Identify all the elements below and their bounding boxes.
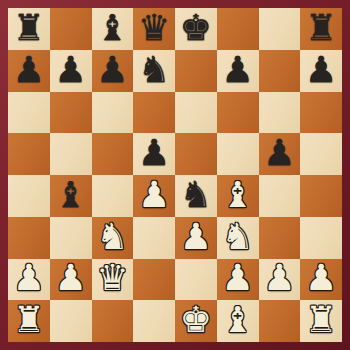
piece-white-bishop-f1: ♝ bbox=[221, 302, 253, 338]
square-g1[interactable] bbox=[259, 300, 301, 342]
square-f3[interactable]: ♞ bbox=[217, 217, 259, 259]
piece-white-bishop-f4: ♝ bbox=[221, 177, 253, 213]
square-g6[interactable] bbox=[259, 92, 301, 134]
square-e7[interactable] bbox=[175, 50, 217, 92]
square-h6[interactable] bbox=[300, 92, 342, 134]
piece-white-pawn-b2: ♟ bbox=[54, 260, 86, 296]
square-h4[interactable] bbox=[300, 175, 342, 217]
square-c4[interactable] bbox=[92, 175, 134, 217]
square-g5[interactable]: ♟ bbox=[259, 133, 301, 175]
square-b2[interactable]: ♟ bbox=[50, 259, 92, 301]
piece-white-pawn-e3: ♟ bbox=[180, 219, 212, 255]
square-e4[interactable]: ♞ bbox=[175, 175, 217, 217]
square-e2[interactable] bbox=[175, 259, 217, 301]
piece-black-bishop-b4: ♝ bbox=[54, 177, 86, 213]
square-e5[interactable] bbox=[175, 133, 217, 175]
square-f6[interactable] bbox=[217, 92, 259, 134]
piece-black-pawn-b7: ♟ bbox=[54, 52, 86, 88]
square-c7[interactable]: ♟ bbox=[92, 50, 134, 92]
square-f8[interactable] bbox=[217, 8, 259, 50]
square-a4[interactable] bbox=[8, 175, 50, 217]
piece-white-pawn-f2: ♟ bbox=[221, 260, 253, 296]
piece-black-bishop-c8: ♝ bbox=[96, 10, 128, 46]
piece-white-pawn-h2: ♟ bbox=[305, 260, 337, 296]
square-b1[interactable] bbox=[50, 300, 92, 342]
piece-black-queen-d8: ♛ bbox=[138, 10, 170, 46]
piece-white-queen-c2: ♛ bbox=[96, 260, 128, 296]
square-h1[interactable]: ♜ bbox=[300, 300, 342, 342]
square-a3[interactable] bbox=[8, 217, 50, 259]
chess-diagram: ♜♝♛♚♜♟♟♟♞♟♟♟♟♝♟♞♝♞♟♞♟♟♛♟♟♟♜♚♝♜ bbox=[0, 0, 350, 350]
square-h8[interactable]: ♜ bbox=[300, 8, 342, 50]
piece-white-rook-a1: ♜ bbox=[13, 302, 45, 338]
square-b6[interactable] bbox=[50, 92, 92, 134]
square-d5[interactable]: ♟ bbox=[133, 133, 175, 175]
square-h3[interactable] bbox=[300, 217, 342, 259]
piece-black-knight-d7: ♞ bbox=[138, 52, 170, 88]
square-c5[interactable] bbox=[92, 133, 134, 175]
square-f5[interactable] bbox=[217, 133, 259, 175]
square-c8[interactable]: ♝ bbox=[92, 8, 134, 50]
square-h5[interactable] bbox=[300, 133, 342, 175]
square-a5[interactable] bbox=[8, 133, 50, 175]
piece-black-pawn-a7: ♟ bbox=[13, 52, 45, 88]
square-e3[interactable]: ♟ bbox=[175, 217, 217, 259]
square-f1[interactable]: ♝ bbox=[217, 300, 259, 342]
square-a1[interactable]: ♜ bbox=[8, 300, 50, 342]
square-g7[interactable] bbox=[259, 50, 301, 92]
piece-white-knight-c3: ♞ bbox=[96, 219, 128, 255]
piece-white-pawn-d4: ♟ bbox=[138, 177, 170, 213]
square-g8[interactable] bbox=[259, 8, 301, 50]
piece-black-pawn-c7: ♟ bbox=[96, 52, 128, 88]
square-b8[interactable] bbox=[50, 8, 92, 50]
square-g2[interactable]: ♟ bbox=[259, 259, 301, 301]
piece-black-pawn-d5: ♟ bbox=[138, 135, 170, 171]
square-d8[interactable]: ♛ bbox=[133, 8, 175, 50]
square-c6[interactable] bbox=[92, 92, 134, 134]
square-d7[interactable]: ♞ bbox=[133, 50, 175, 92]
square-e1[interactable]: ♚ bbox=[175, 300, 217, 342]
square-g4[interactable] bbox=[259, 175, 301, 217]
square-b7[interactable]: ♟ bbox=[50, 50, 92, 92]
piece-black-pawn-f7: ♟ bbox=[221, 52, 253, 88]
square-d4[interactable]: ♟ bbox=[133, 175, 175, 217]
square-c3[interactable]: ♞ bbox=[92, 217, 134, 259]
chess-board: ♜♝♛♚♜♟♟♟♞♟♟♟♟♝♟♞♝♞♟♞♟♟♛♟♟♟♜♚♝♜ bbox=[8, 8, 342, 342]
square-c2[interactable]: ♛ bbox=[92, 259, 134, 301]
piece-black-knight-e4: ♞ bbox=[180, 177, 212, 213]
piece-white-rook-h1: ♜ bbox=[305, 302, 337, 338]
piece-black-pawn-h7: ♟ bbox=[305, 52, 337, 88]
piece-white-pawn-a2: ♟ bbox=[13, 260, 45, 296]
square-f4[interactable]: ♝ bbox=[217, 175, 259, 217]
square-c1[interactable] bbox=[92, 300, 134, 342]
square-a7[interactable]: ♟ bbox=[8, 50, 50, 92]
piece-white-pawn-g2: ♟ bbox=[263, 260, 295, 296]
piece-black-rook-a8: ♜ bbox=[13, 10, 45, 46]
square-f7[interactable]: ♟ bbox=[217, 50, 259, 92]
square-a2[interactable]: ♟ bbox=[8, 259, 50, 301]
piece-black-rook-h8: ♜ bbox=[305, 10, 337, 46]
square-d3[interactable] bbox=[133, 217, 175, 259]
board-frame: ♜♝♛♚♜♟♟♟♞♟♟♟♟♝♟♞♝♞♟♞♟♟♛♟♟♟♜♚♝♜ bbox=[0, 0, 350, 350]
square-d2[interactable] bbox=[133, 259, 175, 301]
square-a6[interactable] bbox=[8, 92, 50, 134]
square-g3[interactable] bbox=[259, 217, 301, 259]
piece-black-king-e8: ♚ bbox=[180, 10, 212, 46]
square-d1[interactable] bbox=[133, 300, 175, 342]
square-b4[interactable]: ♝ bbox=[50, 175, 92, 217]
square-h2[interactable]: ♟ bbox=[300, 259, 342, 301]
square-e8[interactable]: ♚ bbox=[175, 8, 217, 50]
piece-black-pawn-g5: ♟ bbox=[263, 135, 295, 171]
square-e6[interactable] bbox=[175, 92, 217, 134]
square-b5[interactable] bbox=[50, 133, 92, 175]
square-d6[interactable] bbox=[133, 92, 175, 134]
square-b3[interactable] bbox=[50, 217, 92, 259]
square-h7[interactable]: ♟ bbox=[300, 50, 342, 92]
square-a8[interactable]: ♜ bbox=[8, 8, 50, 50]
piece-white-knight-f3: ♞ bbox=[221, 219, 253, 255]
square-f2[interactable]: ♟ bbox=[217, 259, 259, 301]
piece-white-king-e1: ♚ bbox=[180, 302, 212, 338]
